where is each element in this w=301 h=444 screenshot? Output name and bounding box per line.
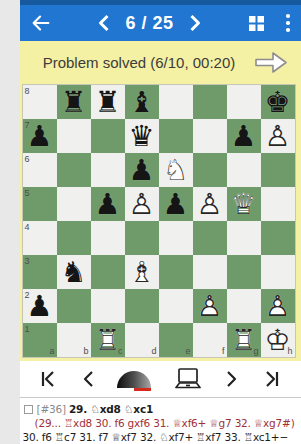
square-a6[interactable]: 6 xyxy=(23,153,57,187)
go-to-end-icon xyxy=(262,369,282,389)
square-f6[interactable] xyxy=(193,153,227,187)
chevron-right-icon xyxy=(187,14,203,32)
notation-checkbox[interactable] xyxy=(24,405,33,414)
piece-black-knight: ♞ xyxy=(57,255,91,289)
main-line-moves[interactable]: 29. ♘xd8 ♘xc1 xyxy=(69,403,153,415)
go-to-start-icon xyxy=(38,369,58,389)
file-label-e: e xyxy=(185,347,190,356)
piece-white-knight: ♞♘ xyxy=(159,153,193,187)
square-g6[interactable] xyxy=(227,153,261,187)
square-h4[interactable] xyxy=(261,221,295,255)
square-a4[interactable]: 4 xyxy=(23,221,57,255)
next-move-button[interactable] xyxy=(224,369,240,389)
engine-laptop-icon xyxy=(173,367,203,391)
square-f7[interactable] xyxy=(193,119,227,153)
back-arrow-icon xyxy=(30,12,52,34)
square-a7[interactable]: 7♟ xyxy=(23,119,57,153)
square-f1[interactable]: f xyxy=(193,323,227,357)
evaluation-gauge-icon xyxy=(117,371,151,388)
file-label-d: d xyxy=(151,347,156,356)
square-g1[interactable]: g♜♖ xyxy=(227,323,261,357)
move-toolbar xyxy=(20,361,301,397)
piece-white-pawn: ♟♙ xyxy=(261,119,295,153)
piece-black-queen: ♛ xyxy=(125,119,159,153)
square-e7[interactable] xyxy=(159,119,193,153)
piece-black-pawn: ♟ xyxy=(125,153,159,187)
square-e6[interactable]: ♞♘ xyxy=(159,153,193,187)
square-c3[interactable] xyxy=(91,255,125,289)
file-label-f: f xyxy=(222,347,225,356)
go-to-start-button[interactable] xyxy=(38,369,58,389)
piece-white-rook: ♜♖ xyxy=(227,323,261,357)
piece-white-king: ♚♔ xyxy=(261,323,295,357)
square-b8[interactable]: ♜ xyxy=(57,85,91,119)
square-a3[interactable]: 3 xyxy=(23,255,57,289)
square-g4[interactable] xyxy=(227,221,261,255)
square-b6[interactable] xyxy=(57,153,91,187)
engine-button[interactable] xyxy=(173,367,203,391)
square-c8[interactable]: ♜ xyxy=(91,85,125,119)
chess-board: 8♜♜♝♚7♟♛♟♟♙6♟♞♘5♟♟♙♟♟♙♛♕43♞♝♗2♟♟♙♟♙1abc♜… xyxy=(22,84,296,358)
square-b4[interactable] xyxy=(57,221,91,255)
rank-label-1: 1 xyxy=(25,325,30,334)
square-c7[interactable] xyxy=(91,119,125,153)
square-e3[interactable] xyxy=(159,255,193,289)
square-b2[interactable] xyxy=(57,289,91,323)
rank-label-4: 4 xyxy=(25,223,30,232)
app-window: 6 / 25 Problem solved (6/10, 00:20) 8♜♜♝… xyxy=(20,0,301,444)
square-g3[interactable] xyxy=(227,255,261,289)
next-move-icon xyxy=(224,369,240,389)
square-c5[interactable]: ♟ xyxy=(91,187,125,221)
square-b7[interactable] xyxy=(57,119,91,153)
square-a2[interactable]: 2♟ xyxy=(23,289,57,323)
piece-white-pawn: ♟♙ xyxy=(193,187,227,221)
square-c2[interactable] xyxy=(91,289,125,323)
rank-label-3: 3 xyxy=(25,257,30,266)
square-h8[interactable]: ♚ xyxy=(261,85,295,119)
square-b3[interactable]: ♞ xyxy=(57,255,91,289)
square-c4[interactable] xyxy=(91,221,125,255)
rank-label-6: 6 xyxy=(25,155,30,164)
previous-move-button[interactable] xyxy=(80,369,96,389)
square-f2[interactable]: ♟♙ xyxy=(193,289,227,323)
square-f4[interactable] xyxy=(193,221,227,255)
go-to-end-button[interactable] xyxy=(262,369,282,389)
square-d8[interactable]: ♝ xyxy=(125,85,159,119)
piece-black-pawn: ♟ xyxy=(23,119,57,153)
square-e8[interactable] xyxy=(159,85,193,119)
piece-black-king: ♚ xyxy=(261,85,295,119)
file-label-a: a xyxy=(49,347,54,356)
notation-line-continuation[interactable]: 30. f6 ♖c7 31. f7 ♕xf7 32. ♘xf7+ ♖xf7 33… xyxy=(23,430,299,444)
square-h6[interactable] xyxy=(261,153,295,187)
square-b5[interactable] xyxy=(57,187,91,221)
next-problem-button[interactable] xyxy=(187,14,203,32)
problem-counter[interactable]: 6 / 25 xyxy=(125,13,173,34)
rank-label-8: 8 xyxy=(25,87,30,96)
square-h7[interactable]: ♟♙ xyxy=(261,119,295,153)
rank-label-5: 5 xyxy=(25,189,30,198)
piece-white-pawn: ♟♙ xyxy=(125,187,159,221)
piece-white-bishop: ♝♗ xyxy=(125,255,159,289)
square-e1[interactable]: e xyxy=(159,323,193,357)
piece-black-pawn: ♟ xyxy=(23,289,57,323)
board-section: 8♜♜♝♚7♟♛♟♟♙6♟♞♘5♟♟♙♟♟♙♛♕43♞♝♗2♟♟♙♟♙1abc♜… xyxy=(20,84,301,361)
piece-white-queen: ♛♕ xyxy=(227,187,261,221)
square-a1[interactable]: 1a xyxy=(23,323,57,357)
piece-white-rook: ♜♖ xyxy=(91,323,125,357)
square-f8[interactable] xyxy=(193,85,227,119)
prev-problem-button[interactable] xyxy=(96,14,112,32)
evaluation-button[interactable] xyxy=(117,371,151,388)
piece-black-rook: ♜ xyxy=(91,85,125,119)
square-d3[interactable]: ♝♗ xyxy=(125,255,159,289)
square-g5[interactable]: ♛♕ xyxy=(227,187,261,221)
square-c6[interactable] xyxy=(91,153,125,187)
square-g7[interactable]: ♟ xyxy=(227,119,261,153)
chevron-left-icon xyxy=(96,14,112,32)
square-e5[interactable]: ♟ xyxy=(159,187,193,221)
piece-black-pawn: ♟ xyxy=(91,187,125,221)
previous-move-icon xyxy=(80,369,96,389)
overflow-menu-button[interactable] xyxy=(285,13,291,33)
square-g2[interactable] xyxy=(227,289,261,323)
square-d4[interactable] xyxy=(125,221,159,255)
problem-list-button[interactable] xyxy=(248,15,265,32)
next-problem-arrow-button[interactable] xyxy=(254,49,288,80)
piece-black-pawn: ♟ xyxy=(227,119,261,153)
square-d7[interactable]: ♛ xyxy=(125,119,159,153)
square-d5[interactable]: ♟♙ xyxy=(125,187,159,221)
square-b1[interactable]: b xyxy=(57,323,91,357)
result-text: Problem solved (6/10, 00:20) xyxy=(26,54,253,71)
square-h2[interactable]: ♟♙ xyxy=(261,289,295,323)
notation-line-main: [#36] 29. ♘xd8 ♘xc1 xyxy=(23,402,299,416)
piece-black-rook: ♜ xyxy=(57,85,91,119)
square-d1[interactable]: d xyxy=(125,323,159,357)
square-c1[interactable]: c♜♖ xyxy=(91,323,125,357)
square-a5[interactable]: 5 xyxy=(23,187,57,221)
square-f5[interactable]: ♟♙ xyxy=(193,187,227,221)
back-button[interactable] xyxy=(30,12,52,34)
square-f3[interactable] xyxy=(193,255,227,289)
square-h1[interactable]: h♚♔ xyxy=(261,323,295,357)
result-banner: Problem solved (6/10, 00:20) xyxy=(20,41,301,84)
square-d6[interactable]: ♟ xyxy=(125,153,159,187)
square-g8[interactable] xyxy=(227,85,261,119)
piece-black-pawn: ♟ xyxy=(159,187,193,221)
next-problem-arrow-icon xyxy=(254,49,288,80)
square-a8[interactable]: 8 xyxy=(23,85,57,119)
move-list: [#36] 29. ♘xd8 ♘xc1 (29... ♖xd8 30. f6 g… xyxy=(20,397,301,444)
square-e4[interactable] xyxy=(159,221,193,255)
kebab-menu-icon xyxy=(285,13,291,33)
notation-variation[interactable]: (29... ♖xd8 30. f6 gxf6 31. ♕xf6+ ♕g7 32… xyxy=(23,416,299,430)
square-h3[interactable] xyxy=(261,255,295,289)
piece-white-pawn: ♟♙ xyxy=(261,289,295,323)
grid-icon xyxy=(248,15,265,32)
square-h5[interactable] xyxy=(261,187,295,221)
piece-black-bishop: ♝ xyxy=(125,85,159,119)
problem-id: [#36] xyxy=(37,403,66,415)
square-d2[interactable] xyxy=(125,289,159,323)
square-e2[interactable] xyxy=(159,289,193,323)
piece-white-pawn: ♟♙ xyxy=(193,289,227,323)
file-label-b: b xyxy=(83,347,88,356)
app-bar: 6 / 25 xyxy=(20,5,301,41)
